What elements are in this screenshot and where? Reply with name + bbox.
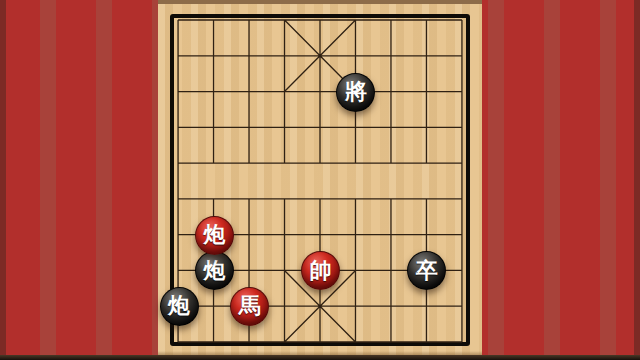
board-panel: 將炮炮帥卒炮馬 (158, 0, 482, 356)
piece-red-cannon[interactable]: 炮 (195, 216, 234, 255)
piece-glyph: 炮 (168, 291, 190, 321)
piece-glyph: 炮 (203, 220, 225, 250)
piece-black-general[interactable]: 將 (336, 73, 375, 112)
piece-black-cannon-1[interactable]: 炮 (195, 251, 234, 290)
piece-black-soldier[interactable]: 卒 (407, 251, 446, 290)
board-top-edge (158, 0, 482, 4)
bottom-edge-strip (0, 355, 640, 360)
stage: 將炮炮帥卒炮馬 (0, 0, 640, 360)
piece-glyph: 卒 (416, 256, 438, 286)
board-grid[interactable] (178, 20, 462, 342)
piece-red-general[interactable]: 帥 (301, 251, 340, 290)
curtain-left-edge (0, 0, 6, 360)
piece-glyph: 馬 (239, 291, 261, 321)
piece-black-cannon-2[interactable]: 炮 (160, 287, 199, 326)
curtain-right-edge (634, 0, 640, 360)
piece-glyph: 帥 (310, 256, 332, 286)
piece-glyph: 將 (345, 77, 367, 107)
grid-lines (178, 20, 462, 342)
piece-glyph: 炮 (203, 256, 225, 286)
piece-red-horse[interactable]: 馬 (230, 287, 269, 326)
